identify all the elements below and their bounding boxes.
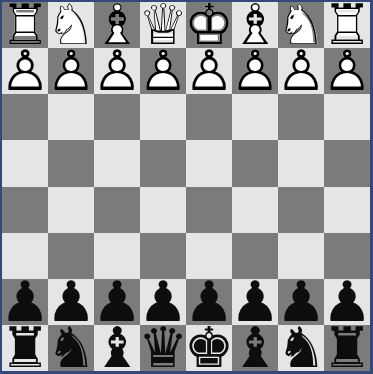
black-bishop-glyph: ♝ — [94, 325, 140, 371]
black-pawn[interactable]: ♟ — [186, 279, 232, 325]
square-b6[interactable] — [48, 233, 94, 279]
square-c3[interactable] — [94, 94, 140, 140]
square-a5[interactable] — [2, 187, 48, 233]
square-d6[interactable] — [140, 233, 186, 279]
square-d1[interactable]: ♛♕ — [140, 2, 186, 48]
white-pawn[interactable]: ♟♙ — [278, 48, 324, 94]
white-pawn-outline-glyph: ♙ — [48, 48, 94, 94]
square-d4[interactable] — [140, 140, 186, 186]
square-f7[interactable]: ♟ — [232, 279, 278, 325]
square-h8[interactable]: ♜ — [324, 325, 370, 371]
square-g3[interactable] — [278, 94, 324, 140]
black-pawn-glyph: ♟ — [278, 279, 324, 325]
square-a7[interactable]: ♟ — [2, 279, 48, 325]
white-bishop[interactable]: ♝♗ — [232, 2, 278, 48]
square-a4[interactable] — [2, 140, 48, 186]
square-c8[interactable]: ♝ — [94, 325, 140, 371]
square-d5[interactable] — [140, 187, 186, 233]
white-bishop-outline-glyph: ♗ — [232, 2, 278, 48]
square-b8[interactable]: ♞ — [48, 325, 94, 371]
black-knight[interactable]: ♞ — [48, 325, 94, 371]
black-bishop[interactable]: ♝ — [232, 325, 278, 371]
square-a3[interactable] — [2, 94, 48, 140]
square-g2[interactable]: ♟♙ — [278, 48, 324, 94]
square-c1[interactable]: ♝♗ — [94, 2, 140, 48]
black-rook-glyph: ♜ — [2, 325, 48, 371]
chess-board: ♜♖♞♘♝♗♛♕♚♔♝♗♞♘♜♖♟♙♟♙♟♙♟♙♟♙♟♙♟♙♟♙♟♟♟♟♟♟♟♟… — [2, 2, 370, 371]
white-rook-outline-glyph: ♖ — [324, 2, 370, 48]
white-rook-outline-glyph: ♖ — [2, 2, 48, 48]
black-knight[interactable]: ♞ — [278, 325, 324, 371]
square-a1[interactable]: ♜♖ — [2, 2, 48, 48]
square-h3[interactable] — [324, 94, 370, 140]
square-g7[interactable]: ♟ — [278, 279, 324, 325]
square-f5[interactable] — [232, 187, 278, 233]
white-pawn-outline-glyph: ♙ — [186, 48, 232, 94]
square-f1[interactable]: ♝♗ — [232, 2, 278, 48]
square-f4[interactable] — [232, 140, 278, 186]
square-h7[interactable]: ♟ — [324, 279, 370, 325]
white-pawn-outline-glyph: ♙ — [278, 48, 324, 94]
white-rook[interactable]: ♜♖ — [2, 2, 48, 48]
white-knight-outline-glyph: ♘ — [278, 2, 324, 48]
black-queen-glyph: ♛ — [140, 325, 186, 371]
square-h4[interactable] — [324, 140, 370, 186]
black-pawn-glyph: ♟ — [140, 279, 186, 325]
square-e2[interactable]: ♟♙ — [186, 48, 232, 94]
white-pawn[interactable]: ♟♙ — [140, 48, 186, 94]
black-pawn-glyph: ♟ — [186, 279, 232, 325]
black-king-glyph: ♚ — [186, 325, 232, 371]
square-f6[interactable] — [232, 233, 278, 279]
black-pawn-glyph: ♟ — [232, 279, 278, 325]
white-pawn[interactable]: ♟♙ — [186, 48, 232, 94]
square-h1[interactable]: ♜♖ — [324, 2, 370, 48]
white-pawn[interactable]: ♟♙ — [48, 48, 94, 94]
white-bishop-outline-glyph: ♗ — [94, 2, 140, 48]
black-pawn[interactable]: ♟ — [278, 279, 324, 325]
black-king[interactable]: ♚ — [186, 325, 232, 371]
white-pawn-outline-glyph: ♙ — [140, 48, 186, 94]
square-c4[interactable] — [94, 140, 140, 186]
black-rook[interactable]: ♜ — [324, 325, 370, 371]
chess-board-frame: ♜♖♞♘♝♗♛♕♚♔♝♗♞♘♜♖♟♙♟♙♟♙♟♙♟♙♟♙♟♙♟♙♟♟♟♟♟♟♟♟… — [0, 0, 373, 374]
square-e6[interactable] — [186, 233, 232, 279]
white-pawn[interactable]: ♟♙ — [94, 48, 140, 94]
white-knight-outline-glyph: ♘ — [48, 2, 94, 48]
white-pawn[interactable]: ♟♙ — [324, 48, 370, 94]
white-queen[interactable]: ♛♕ — [140, 2, 186, 48]
square-f8[interactable]: ♝ — [232, 325, 278, 371]
black-bishop-glyph: ♝ — [232, 325, 278, 371]
black-pawn[interactable]: ♟ — [2, 279, 48, 325]
square-e5[interactable] — [186, 187, 232, 233]
square-c2[interactable]: ♟♙ — [94, 48, 140, 94]
white-pawn-outline-glyph: ♙ — [2, 48, 48, 94]
square-c6[interactable] — [94, 233, 140, 279]
square-b7[interactable]: ♟ — [48, 279, 94, 325]
square-b1[interactable]: ♞♘ — [48, 2, 94, 48]
square-a6[interactable] — [2, 233, 48, 279]
black-queen[interactable]: ♛ — [140, 325, 186, 371]
square-e4[interactable] — [186, 140, 232, 186]
black-bishop[interactable]: ♝ — [94, 325, 140, 371]
white-pawn[interactable]: ♟♙ — [2, 48, 48, 94]
black-pawn[interactable]: ♟ — [232, 279, 278, 325]
black-knight-glyph: ♞ — [278, 325, 324, 371]
square-d3[interactable] — [140, 94, 186, 140]
square-d7[interactable]: ♟ — [140, 279, 186, 325]
square-e3[interactable] — [186, 94, 232, 140]
white-knight[interactable]: ♞♘ — [48, 2, 94, 48]
black-pawn-glyph: ♟ — [94, 279, 140, 325]
square-a2[interactable]: ♟♙ — [2, 48, 48, 94]
white-knight[interactable]: ♞♘ — [278, 2, 324, 48]
square-e8[interactable]: ♚ — [186, 325, 232, 371]
square-d2[interactable]: ♟♙ — [140, 48, 186, 94]
white-pawn-outline-glyph: ♙ — [94, 48, 140, 94]
white-pawn-outline-glyph: ♙ — [324, 48, 370, 94]
square-a8[interactable]: ♜ — [2, 325, 48, 371]
square-b5[interactable] — [48, 187, 94, 233]
square-f2[interactable]: ♟♙ — [232, 48, 278, 94]
square-b4[interactable] — [48, 140, 94, 186]
black-pawn[interactable]: ♟ — [48, 279, 94, 325]
white-queen-outline-glyph: ♕ — [140, 2, 186, 48]
black-pawn[interactable]: ♟ — [140, 279, 186, 325]
black-rook[interactable]: ♜ — [2, 325, 48, 371]
square-h5[interactable] — [324, 187, 370, 233]
black-knight-glyph: ♞ — [48, 325, 94, 371]
square-g5[interactable] — [278, 187, 324, 233]
square-h6[interactable] — [324, 233, 370, 279]
white-king-outline-glyph: ♔ — [186, 2, 232, 48]
square-g6[interactable] — [278, 233, 324, 279]
white-bishop[interactable]: ♝♗ — [94, 2, 140, 48]
black-rook-glyph: ♜ — [324, 325, 370, 371]
black-pawn-glyph: ♟ — [324, 279, 370, 325]
square-g8[interactable]: ♞ — [278, 325, 324, 371]
white-rook[interactable]: ♜♖ — [324, 2, 370, 48]
square-c7[interactable]: ♟ — [94, 279, 140, 325]
black-pawn-glyph: ♟ — [48, 279, 94, 325]
black-pawn[interactable]: ♟ — [94, 279, 140, 325]
square-e7[interactable]: ♟ — [186, 279, 232, 325]
square-c5[interactable] — [94, 187, 140, 233]
white-pawn[interactable]: ♟♙ — [232, 48, 278, 94]
square-b3[interactable] — [48, 94, 94, 140]
white-king[interactable]: ♚♔ — [186, 2, 232, 48]
square-d8[interactable]: ♛ — [140, 325, 186, 371]
black-pawn-glyph: ♟ — [2, 279, 48, 325]
square-g4[interactable] — [278, 140, 324, 186]
square-h2[interactable]: ♟♙ — [324, 48, 370, 94]
square-f3[interactable] — [232, 94, 278, 140]
square-g1[interactable]: ♞♘ — [278, 2, 324, 48]
black-pawn[interactable]: ♟ — [324, 279, 370, 325]
white-pawn-outline-glyph: ♙ — [232, 48, 278, 94]
square-e1[interactable]: ♚♔ — [186, 2, 232, 48]
square-b2[interactable]: ♟♙ — [48, 48, 94, 94]
